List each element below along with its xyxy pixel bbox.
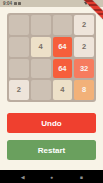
game-board[interactable]: 246426432248 xyxy=(7,13,96,102)
notification-icon xyxy=(14,2,17,5)
phone-screen: 9:04 246426432248 Undo Restart ◀ ● ■ xyxy=(0,0,103,183)
tile-32: 32 xyxy=(74,59,94,79)
notification-icon xyxy=(18,2,21,5)
undo-button[interactable]: Undo xyxy=(7,113,96,133)
empty-cell xyxy=(53,15,73,35)
tile-64: 64 xyxy=(53,59,73,79)
clock: 9:04 xyxy=(3,0,12,7)
empty-cell xyxy=(9,59,29,79)
restart-button[interactable]: Restart xyxy=(7,140,96,160)
tile-2: 2 xyxy=(74,37,94,57)
recents-icon[interactable]: ■ xyxy=(76,170,86,183)
empty-cell xyxy=(9,15,29,35)
android-nav-bar: ◀ ● ■ xyxy=(0,170,103,183)
empty-cell xyxy=(31,59,51,79)
tile-2: 2 xyxy=(9,80,29,100)
notification-icons xyxy=(14,2,21,5)
home-icon[interactable]: ● xyxy=(47,170,57,183)
empty-cell xyxy=(9,37,29,57)
back-icon[interactable]: ◀ xyxy=(18,170,28,183)
tile-4: 4 xyxy=(53,80,73,100)
tile-2: 2 xyxy=(74,15,94,35)
empty-cell xyxy=(31,15,51,35)
empty-cell xyxy=(31,80,51,100)
tile-8: 8 xyxy=(74,80,94,100)
tile-4: 4 xyxy=(31,37,51,57)
tile-64: 64 xyxy=(53,37,73,57)
